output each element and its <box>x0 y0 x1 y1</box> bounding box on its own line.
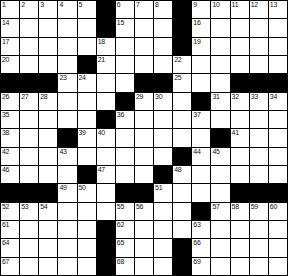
clue-number: 22 <box>174 56 181 64</box>
clue-number: 35 <box>2 111 9 119</box>
grid-cell[interactable]: 46 <box>1 166 19 183</box>
clue-number: 40 <box>98 129 105 137</box>
grid-cell[interactable] <box>269 19 287 36</box>
black-square <box>39 184 57 201</box>
clue-number: 30 <box>155 93 162 101</box>
grid-cell[interactable] <box>39 148 57 165</box>
clue-number: 61 <box>2 221 9 229</box>
grid-cell[interactable] <box>20 239 38 256</box>
grid-cell[interactable]: 68 <box>116 258 134 275</box>
grid-cell[interactable] <box>211 258 229 275</box>
grid-cell[interactable]: 12 <box>250 1 268 18</box>
grid-cell[interactable]: 22 <box>173 56 191 73</box>
grid-cell[interactable]: 2 <box>20 1 38 18</box>
grid-cell[interactable]: 55 <box>116 203 134 220</box>
grid-cell[interactable]: 3 <box>39 1 57 18</box>
clue-number: 4 <box>59 1 63 9</box>
grid-cell[interactable] <box>58 166 76 183</box>
black-square <box>269 74 287 91</box>
grid-cell[interactable] <box>58 221 76 238</box>
grid-cell[interactable]: 10 <box>211 1 229 18</box>
grid-cell[interactable] <box>250 111 268 128</box>
clue-number: 45 <box>212 148 219 156</box>
grid-cell[interactable] <box>250 258 268 275</box>
grid-cell[interactable] <box>39 111 57 128</box>
grid-cell[interactable] <box>269 38 287 55</box>
grid-cell[interactable] <box>211 166 229 183</box>
grid-cell[interactable] <box>211 74 229 91</box>
grid-cell[interactable] <box>192 74 210 91</box>
grid-cell[interactable]: 13 <box>269 1 287 18</box>
grid-cell[interactable]: 25 <box>173 74 191 91</box>
clue-number: 10 <box>212 1 219 9</box>
grid-cell[interactable] <box>39 166 57 183</box>
grid-cell[interactable] <box>135 111 153 128</box>
grid-cell[interactable] <box>269 166 287 183</box>
grid-cell[interactable] <box>250 38 268 55</box>
black-square <box>20 74 38 91</box>
clue-number: 58 <box>232 203 239 211</box>
grid-cell[interactable] <box>78 38 96 55</box>
black-square <box>39 74 57 91</box>
grid-cell[interactable] <box>250 56 268 73</box>
grid-cell[interactable] <box>211 19 229 36</box>
grid-cell[interactable] <box>211 221 229 238</box>
grid-cell[interactable] <box>135 38 153 55</box>
grid-cell[interactable] <box>211 111 229 128</box>
clue-number: 18 <box>98 38 105 46</box>
grid-cell[interactable]: 15 <box>116 19 134 36</box>
grid-cell[interactable] <box>231 221 249 238</box>
grid-cell[interactable] <box>154 38 172 55</box>
clue-number: 23 <box>59 74 66 82</box>
grid-cell[interactable] <box>154 203 172 220</box>
grid-cell[interactable] <box>116 148 134 165</box>
grid-cell[interactable]: 35 <box>1 111 19 128</box>
clue-number: 20 <box>2 56 9 64</box>
black-square <box>97 239 115 256</box>
clue-number: 29 <box>136 93 143 101</box>
black-square <box>154 74 172 91</box>
grid-cell[interactable] <box>116 166 134 183</box>
grid-cell[interactable]: 26 <box>1 93 19 110</box>
grid-cell[interactable]: 57 <box>211 203 229 220</box>
clue-number: 65 <box>117 239 124 247</box>
grid-cell[interactable]: 34 <box>269 93 287 110</box>
black-square <box>97 19 115 36</box>
grid-cell[interactable] <box>20 148 38 165</box>
grid-cell[interactable]: 62 <box>116 221 134 238</box>
clue-number: 56 <box>136 203 143 211</box>
clue-number: 7 <box>136 1 140 9</box>
clue-number: 13 <box>270 1 277 9</box>
crossword-grid: 1234567891011121314151617181920212223242… <box>0 0 288 276</box>
grid-cell[interactable] <box>211 56 229 73</box>
clue-number: 5 <box>79 1 83 9</box>
grid-cell[interactable] <box>173 203 191 220</box>
clue-number: 63 <box>193 221 200 229</box>
clue-number: 68 <box>117 258 124 266</box>
grid-cell[interactable]: 1 <box>1 1 19 18</box>
clue-number: 1 <box>2 1 6 9</box>
grid-cell[interactable] <box>58 93 76 110</box>
clue-number: 3 <box>40 1 44 9</box>
grid-cell[interactable] <box>135 166 153 183</box>
grid-cell[interactable] <box>173 184 191 201</box>
grid-cell[interactable] <box>154 129 172 146</box>
grid-cell[interactable] <box>135 19 153 36</box>
grid-cell[interactable] <box>58 239 76 256</box>
grid-cell[interactable]: 36 <box>116 111 134 128</box>
clue-number: 28 <box>40 93 47 101</box>
grid-cell[interactable]: 53 <box>20 203 38 220</box>
grid-cell[interactable] <box>154 148 172 165</box>
grid-cell[interactable] <box>116 129 134 146</box>
black-square <box>231 184 249 201</box>
black-square <box>192 93 210 110</box>
grid-cell[interactable] <box>20 258 38 275</box>
grid-cell[interactable] <box>250 19 268 36</box>
black-square <box>78 56 96 73</box>
grid-cell[interactable] <box>211 184 229 201</box>
grid-cell[interactable] <box>78 203 96 220</box>
black-square <box>97 1 115 18</box>
grid-cell[interactable] <box>269 56 287 73</box>
clue-number: 21 <box>98 56 105 64</box>
grid-cell[interactable] <box>269 111 287 128</box>
black-square <box>135 184 153 201</box>
grid-cell[interactable] <box>173 129 191 146</box>
black-square <box>173 258 191 275</box>
grid-cell[interactable] <box>20 56 38 73</box>
grid-cell[interactable] <box>231 19 249 36</box>
black-square <box>1 184 19 201</box>
grid-cell[interactable] <box>250 221 268 238</box>
clue-number: 12 <box>251 1 258 9</box>
grid-cell[interactable]: 47 <box>97 166 115 183</box>
grid-cell[interactable] <box>154 56 172 73</box>
grid-cell[interactable] <box>135 258 153 275</box>
clue-number: 64 <box>2 239 9 247</box>
grid-cell[interactable] <box>78 19 96 36</box>
black-square <box>78 166 96 183</box>
grid-cell[interactable] <box>78 111 96 128</box>
grid-cell[interactable] <box>269 129 287 146</box>
grid-cell[interactable] <box>58 19 76 36</box>
grid-cell[interactable]: 56 <box>135 203 153 220</box>
grid-cell[interactable] <box>135 148 153 165</box>
grid-cell[interactable]: 39 <box>78 129 96 146</box>
black-square <box>173 239 191 256</box>
grid-cell[interactable]: 5 <box>78 1 96 18</box>
clue-number: 24 <box>79 74 86 82</box>
grid-cell[interactable] <box>135 239 153 256</box>
black-square <box>173 19 191 36</box>
black-square <box>269 184 287 201</box>
grid-cell[interactable] <box>20 111 38 128</box>
grid-cell[interactable] <box>231 166 249 183</box>
grid-cell[interactable] <box>39 19 57 36</box>
grid-cell[interactable] <box>78 221 96 238</box>
grid-cell[interactable] <box>20 38 38 55</box>
grid-cell[interactable]: 66 <box>192 239 210 256</box>
grid-cell[interactable] <box>78 239 96 256</box>
clue-number: 17 <box>2 38 9 46</box>
grid-cell[interactable]: 16 <box>192 19 210 36</box>
grid-cell[interactable] <box>39 221 57 238</box>
grid-cell[interactable]: 61 <box>1 221 19 238</box>
grid-cell[interactable] <box>192 129 210 146</box>
grid-cell[interactable]: 45 <box>211 148 229 165</box>
grid-cell[interactable]: 6 <box>116 1 134 18</box>
grid-cell[interactable] <box>78 148 96 165</box>
grid-cell[interactable] <box>20 221 38 238</box>
grid-cell[interactable]: 28 <box>39 93 57 110</box>
black-square <box>154 166 172 183</box>
grid-cell[interactable] <box>231 258 249 275</box>
clue-number: 11 <box>232 1 239 9</box>
grid-cell[interactable]: 24 <box>78 74 96 91</box>
grid-cell[interactable]: 63 <box>192 221 210 238</box>
grid-cell[interactable]: 49 <box>58 184 76 201</box>
grid-cell[interactable] <box>39 129 57 146</box>
clue-number: 51 <box>155 184 162 192</box>
grid-cell[interactable]: 67 <box>1 258 19 275</box>
grid-cell[interactable]: 9 <box>192 1 210 18</box>
clue-number: 49 <box>59 184 66 192</box>
grid-cell[interactable] <box>250 148 268 165</box>
grid-cell[interactable] <box>154 258 172 275</box>
grid-cell[interactable] <box>116 38 134 55</box>
clue-number: 6 <box>117 1 121 9</box>
grid-cell[interactable]: 40 <box>97 129 115 146</box>
black-square <box>116 184 134 201</box>
clue-number: 53 <box>21 203 28 211</box>
grid-cell[interactable]: 21 <box>97 56 115 73</box>
grid-cell[interactable]: 29 <box>135 93 153 110</box>
grid-cell[interactable] <box>78 93 96 110</box>
black-square <box>250 74 268 91</box>
grid-cell[interactable]: 41 <box>231 129 249 146</box>
clue-number: 31 <box>212 93 219 101</box>
clue-number: 57 <box>212 203 219 211</box>
clue-number: 43 <box>59 148 66 156</box>
black-square <box>97 258 115 275</box>
grid-cell[interactable] <box>154 239 172 256</box>
grid-cell[interactable] <box>269 221 287 238</box>
grid-cell[interactable]: 44 <box>192 148 210 165</box>
grid-cell[interactable]: 8 <box>154 1 172 18</box>
grid-cell[interactable] <box>231 56 249 73</box>
clue-number: 8 <box>155 1 159 9</box>
clue-number: 41 <box>232 129 239 137</box>
clue-number: 27 <box>21 93 28 101</box>
clue-number: 42 <box>2 148 9 156</box>
grid-cell[interactable] <box>58 203 76 220</box>
clue-number: 2 <box>21 1 25 9</box>
grid-cell[interactable]: 59 <box>250 203 268 220</box>
grid-cell[interactable]: 20 <box>1 56 19 73</box>
grid-cell[interactable] <box>58 258 76 275</box>
clue-number: 19 <box>193 38 200 46</box>
clue-number: 55 <box>117 203 124 211</box>
grid-cell[interactable]: 32 <box>231 93 249 110</box>
black-square <box>1 74 19 91</box>
grid-cell[interactable] <box>173 221 191 238</box>
grid-cell[interactable] <box>231 239 249 256</box>
grid-cell[interactable] <box>39 258 57 275</box>
grid-cell[interactable]: 42 <box>1 148 19 165</box>
clue-number: 54 <box>40 203 47 211</box>
black-square <box>231 74 249 91</box>
grid-cell[interactable] <box>135 129 153 146</box>
grid-cell[interactable] <box>20 129 38 146</box>
grid-cell[interactable]: 7 <box>135 1 153 18</box>
black-square <box>192 203 210 220</box>
grid-cell[interactable] <box>231 111 249 128</box>
clue-number: 67 <box>2 258 9 266</box>
grid-cell[interactable]: 50 <box>78 184 96 201</box>
grid-cell[interactable] <box>231 38 249 55</box>
grid-cell[interactable] <box>211 38 229 55</box>
clue-number: 33 <box>251 93 258 101</box>
grid-cell[interactable] <box>192 166 210 183</box>
grid-cell[interactable] <box>58 38 76 55</box>
black-square <box>135 74 153 91</box>
grid-cell[interactable] <box>58 111 76 128</box>
grid-cell[interactable] <box>154 19 172 36</box>
grid-cell[interactable] <box>78 258 96 275</box>
clue-number: 46 <box>2 166 9 174</box>
clue-number: 50 <box>79 184 86 192</box>
clue-number: 38 <box>2 129 9 137</box>
grid-cell[interactable] <box>20 19 38 36</box>
black-square <box>173 148 191 165</box>
clue-number: 47 <box>98 166 105 174</box>
clue-number: 60 <box>270 203 277 211</box>
grid-cell[interactable]: 14 <box>1 19 19 36</box>
grid-cell[interactable] <box>58 56 76 73</box>
grid-cell[interactable] <box>97 203 115 220</box>
grid-cell[interactable] <box>192 56 210 73</box>
black-square <box>173 38 191 55</box>
clue-number: 15 <box>117 19 124 27</box>
grid-cell[interactable]: 18 <box>97 38 115 55</box>
grid-cell[interactable] <box>116 74 134 91</box>
grid-cell[interactable] <box>97 184 115 201</box>
grid-cell[interactable]: 4 <box>58 1 76 18</box>
grid-cell[interactable] <box>173 111 191 128</box>
grid-cell[interactable]: 58 <box>231 203 249 220</box>
grid-cell[interactable] <box>250 166 268 183</box>
grid-cell[interactable]: 60 <box>269 203 287 220</box>
black-square <box>211 129 229 146</box>
grid-cell[interactable]: 48 <box>173 166 191 183</box>
grid-cell[interactable]: 51 <box>154 184 172 201</box>
grid-cell[interactable]: 17 <box>1 38 19 55</box>
grid-cell[interactable] <box>39 38 57 55</box>
clue-number: 66 <box>193 239 200 247</box>
grid-cell[interactable] <box>173 93 191 110</box>
grid-cell[interactable] <box>250 239 268 256</box>
grid-cell[interactable]: 54 <box>39 203 57 220</box>
clue-number: 14 <box>2 19 9 27</box>
grid-cell[interactable] <box>250 129 268 146</box>
grid-cell[interactable]: 37 <box>192 111 210 128</box>
grid-cell[interactable] <box>231 148 249 165</box>
black-square <box>58 129 76 146</box>
black-square <box>97 221 115 238</box>
grid-cell[interactable] <box>269 148 287 165</box>
grid-cell[interactable] <box>135 221 153 238</box>
black-square <box>97 111 115 128</box>
clue-number: 36 <box>117 111 124 119</box>
clue-number: 62 <box>117 221 124 229</box>
grid-cell[interactable]: 64 <box>1 239 19 256</box>
black-square <box>173 1 191 18</box>
clue-number: 37 <box>193 111 200 119</box>
grid-cell[interactable]: 43 <box>58 148 76 165</box>
grid-cell[interactable]: 52 <box>1 203 19 220</box>
grid-cell[interactable]: 30 <box>154 93 172 110</box>
clue-number: 16 <box>193 19 200 27</box>
grid-cell[interactable]: 65 <box>116 239 134 256</box>
clue-number: 26 <box>2 93 9 101</box>
grid-cell[interactable] <box>135 56 153 73</box>
clue-number: 52 <box>2 203 9 211</box>
grid-cell[interactable]: 33 <box>250 93 268 110</box>
grid-cell[interactable] <box>39 239 57 256</box>
grid-cell[interactable] <box>192 184 210 201</box>
grid-cell[interactable]: 11 <box>231 1 249 18</box>
grid-cell[interactable]: 69 <box>192 258 210 275</box>
black-square <box>116 93 134 110</box>
grid-cell[interactable]: 38 <box>1 129 19 146</box>
grid-cell[interactable] <box>269 239 287 256</box>
grid-cell[interactable] <box>97 148 115 165</box>
grid-cell[interactable] <box>116 56 134 73</box>
grid-cell[interactable] <box>97 93 115 110</box>
grid-cell[interactable]: 19 <box>192 38 210 55</box>
clue-number: 48 <box>174 166 181 174</box>
grid-cell[interactable] <box>97 74 115 91</box>
grid-cell[interactable] <box>154 221 172 238</box>
clue-number: 32 <box>232 93 239 101</box>
grid-cell[interactable] <box>20 166 38 183</box>
clue-number: 59 <box>251 203 258 211</box>
clue-number: 25 <box>174 74 181 82</box>
clue-number: 44 <box>193 148 200 156</box>
grid-cell[interactable] <box>211 239 229 256</box>
clue-number: 34 <box>270 93 277 101</box>
grid-cell[interactable]: 23 <box>58 74 76 91</box>
clue-number: 39 <box>79 129 86 137</box>
grid-cell[interactable] <box>154 111 172 128</box>
grid-cell[interactable]: 27 <box>20 93 38 110</box>
grid-cell[interactable] <box>39 56 57 73</box>
clue-number: 9 <box>193 1 197 9</box>
grid-cell[interactable]: 31 <box>211 93 229 110</box>
black-square <box>250 184 268 201</box>
grid-cell[interactable] <box>269 258 287 275</box>
clue-number: 69 <box>193 258 200 266</box>
black-square <box>20 184 38 201</box>
